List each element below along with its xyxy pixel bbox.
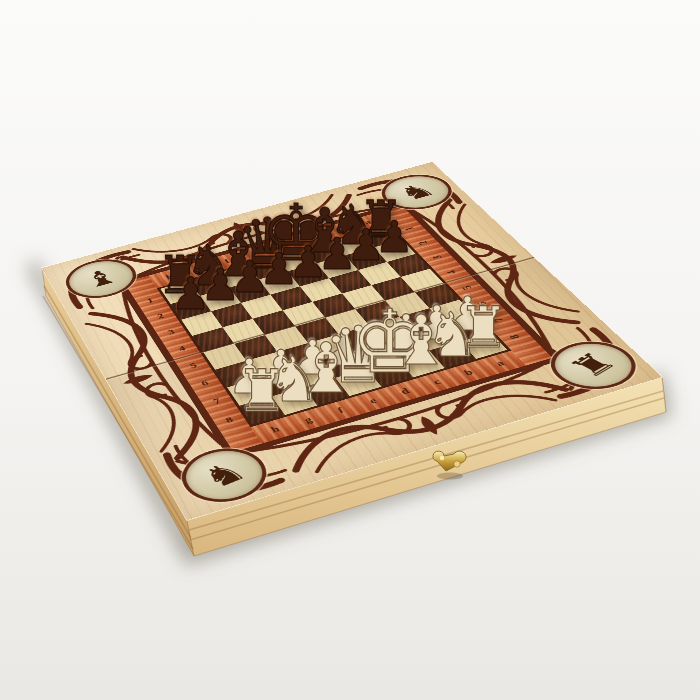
- rook-icon: ♜: [563, 348, 624, 382]
- piece-dark-pawn[interactable]: ♟: [375, 215, 414, 259]
- photo-scene: 1234567812345678hgfedcbahgfedcba♝♞♞♜ ♜♞♝…: [0, 0, 700, 700]
- piece-white-rook[interactable]: ♜: [458, 299, 509, 356]
- knight-icon: ♞: [196, 456, 253, 494]
- bishop-icon: ♝: [79, 265, 123, 292]
